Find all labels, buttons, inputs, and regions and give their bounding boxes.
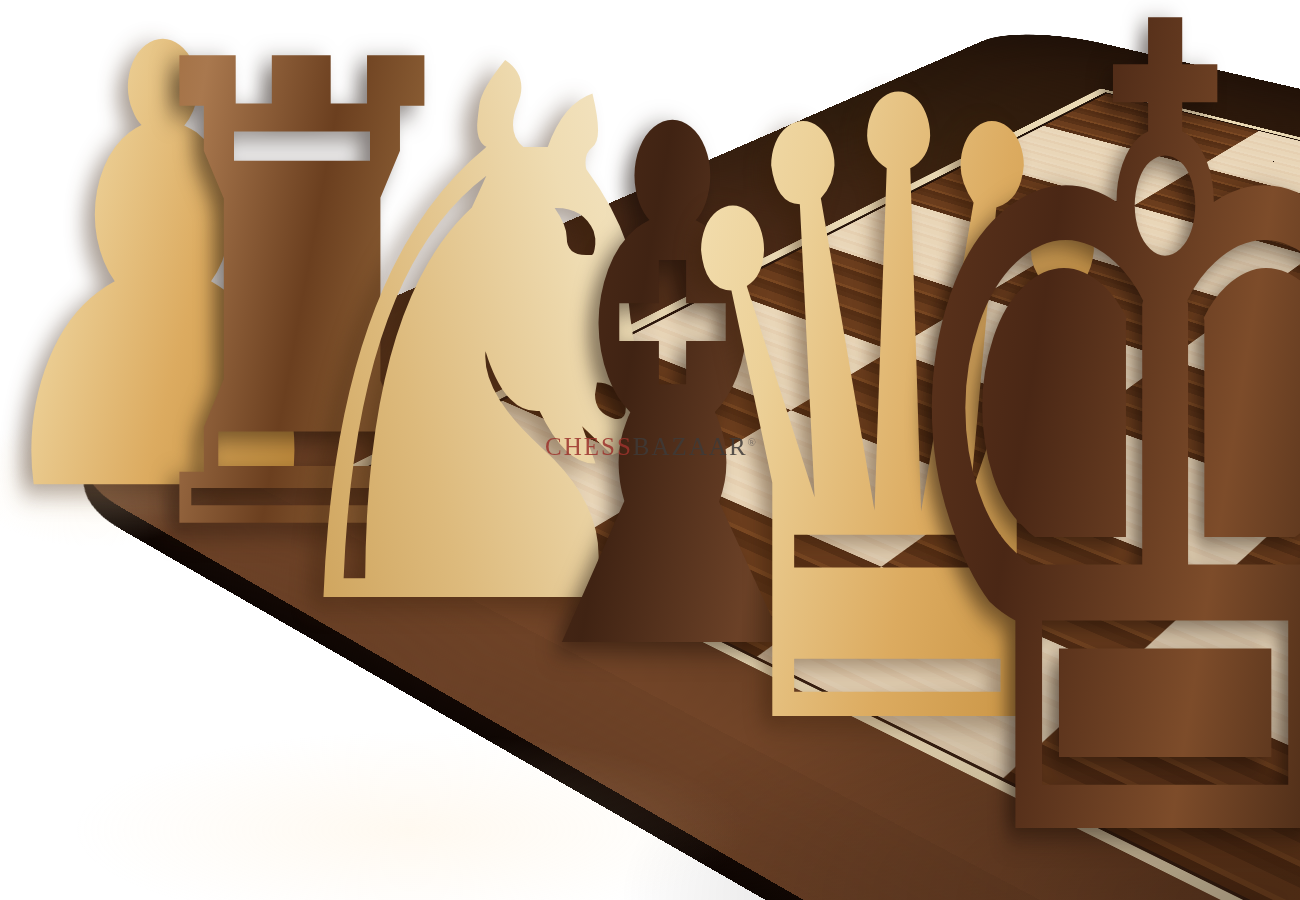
brand-watermark-chess: CHESS bbox=[545, 433, 633, 460]
brand-watermark: CHESSBAZAAR® bbox=[545, 433, 756, 461]
dark-king-piece: ♚ bbox=[832, 0, 1300, 900]
registered-mark-icon: ® bbox=[748, 436, 756, 448]
product-photo: ♟ ♜ ♞ ♝ ♛ ♚ CHESSBAZAAR® bbox=[0, 0, 1300, 900]
brand-watermark-bazaar: BAZAAR bbox=[633, 433, 748, 460]
